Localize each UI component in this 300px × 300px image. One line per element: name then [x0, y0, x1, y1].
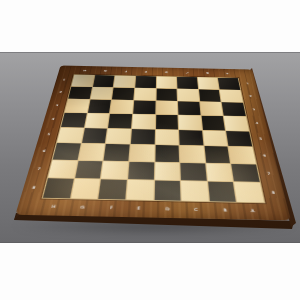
- square-c7: [180, 163, 206, 181]
- square-b8: [208, 182, 236, 202]
- square-e7: [128, 162, 154, 180]
- file-label: D: [159, 69, 174, 74]
- square-f5: [106, 128, 131, 144]
- square-d7: [154, 162, 179, 180]
- file-labels-bottom: HGFEDCBA: [38, 200, 269, 218]
- product-photo-page: HGFEDCBA HGFEDCBA 12345678 12345678: [0, 0, 300, 300]
- photo-backdrop: HGFEDCBA HGFEDCBA 12345678 12345678: [0, 52, 300, 243]
- square-g8: [71, 179, 100, 199]
- square-d3: [156, 101, 178, 114]
- square-b5: [203, 130, 228, 146]
- rank-label: 8: [266, 186, 281, 201]
- square-d5: [155, 129, 178, 145]
- file-label: G: [71, 203, 93, 213]
- square-g3: [88, 100, 112, 113]
- rank-label: 3: [51, 100, 63, 110]
- square-f8: [99, 180, 127, 200]
- square-b3: [200, 102, 223, 116]
- file-label: C: [179, 70, 194, 75]
- file-label: C: [186, 205, 207, 215]
- square-c4: [179, 115, 202, 130]
- rank-label: 7: [32, 162, 47, 176]
- square-c8: [181, 181, 208, 201]
- rank-label: 6: [37, 145, 51, 158]
- square-b4: [201, 116, 225, 131]
- square-e6: [129, 145, 154, 162]
- rank-label: 5: [42, 129, 55, 141]
- file-label: E: [129, 204, 150, 214]
- square-a5: [226, 131, 252, 147]
- rank-label: 4: [251, 118, 263, 129]
- square-d6: [155, 145, 179, 162]
- board-shadow: [12, 221, 298, 234]
- square-e5: [131, 129, 155, 145]
- square-g6: [78, 144, 105, 161]
- file-label: B: [200, 70, 215, 75]
- square-c2: [178, 89, 199, 102]
- square-b1: [198, 77, 219, 89]
- square-d2: [156, 88, 177, 101]
- square-f7: [101, 161, 128, 179]
- square-d8: [154, 181, 181, 201]
- square-g5: [82, 128, 108, 144]
- square-c5: [179, 130, 203, 146]
- file-label: F: [100, 203, 122, 213]
- rank-label: 6: [258, 149, 272, 162]
- square-f1: [114, 76, 135, 88]
- square-h3: [65, 99, 89, 112]
- file-label: A: [220, 71, 236, 76]
- square-h2: [68, 87, 91, 100]
- file-label: G: [98, 68, 113, 73]
- square-a3: [222, 102, 246, 116]
- square-a7: [232, 164, 260, 182]
- square-c6: [180, 146, 205, 163]
- square-a4: [224, 116, 249, 131]
- square-e3: [133, 101, 155, 114]
- rank-label: 8: [26, 181, 42, 196]
- square-h6: [53, 143, 81, 160]
- rank-label: 3: [248, 104, 260, 114]
- square-g2: [90, 87, 113, 100]
- square-h5: [57, 127, 83, 143]
- square-f3: [110, 100, 133, 113]
- square-a1: [218, 78, 240, 90]
- square-b2: [199, 89, 221, 102]
- rank-label: 4: [47, 114, 60, 125]
- square-e1: [135, 76, 156, 88]
- rank-label: 1: [58, 76, 69, 85]
- file-label: A: [242, 206, 264, 216]
- square-d1: [156, 76, 176, 88]
- square-a2: [220, 90, 243, 103]
- square-f6: [104, 144, 130, 161]
- square-e4: [132, 114, 155, 128]
- square-h1: [71, 75, 94, 87]
- square-h8: [43, 179, 73, 199]
- file-label: F: [118, 69, 133, 74]
- square-b7: [206, 163, 233, 181]
- file-label: E: [139, 69, 154, 74]
- chess-board: HGFEDCBA HGFEDCBA 12345678 12345678: [15, 65, 291, 220]
- board-field: [42, 74, 266, 203]
- rank-label: 2: [55, 88, 67, 97]
- square-a6: [229, 147, 256, 164]
- square-b6: [204, 146, 230, 163]
- square-h4: [61, 113, 86, 127]
- rank-label: 2: [245, 91, 256, 100]
- square-h7: [48, 160, 77, 178]
- square-e2: [134, 88, 155, 101]
- square-f2: [112, 87, 134, 100]
- square-a8: [234, 182, 264, 202]
- square-f4: [108, 114, 132, 128]
- square-g1: [93, 75, 115, 87]
- square-g7: [75, 161, 103, 179]
- file-label: H: [77, 68, 93, 73]
- rank-label: 5: [254, 133, 267, 145]
- rank-label: 7: [262, 167, 276, 181]
- file-label: B: [214, 206, 236, 216]
- square-c3: [178, 102, 200, 116]
- square-e8: [126, 180, 153, 200]
- rank-label: 1: [242, 79, 253, 88]
- file-label: H: [42, 202, 65, 212]
- file-label: D: [157, 205, 178, 215]
- square-d4: [156, 115, 179, 129]
- square-c1: [177, 77, 198, 89]
- square-g4: [85, 113, 110, 127]
